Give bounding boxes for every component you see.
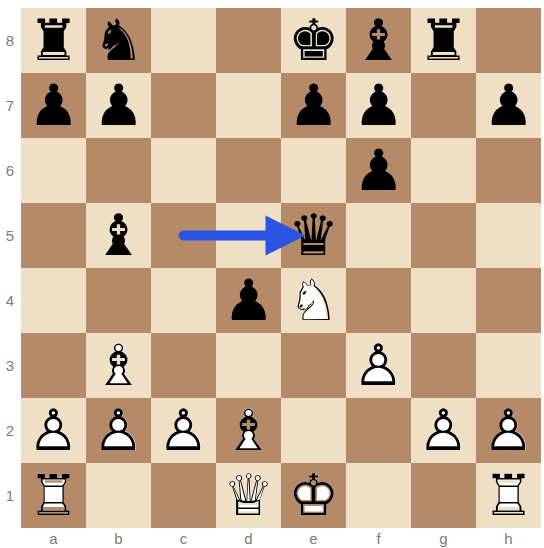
file-label-h: h (476, 528, 541, 548)
rank-label-8: 8 (0, 8, 20, 73)
square-h3[interactable] (476, 333, 541, 398)
square-c6[interactable] (151, 138, 216, 203)
square-h8[interactable] (476, 8, 541, 73)
square-b5[interactable]: ♝ (86, 203, 151, 268)
chessboard-panel: ♜♞♚♝♜♟♟♟♟♟♟♝♛♟♞♘♝♗♟♙♟♙♟♙♟♙♝♗♟♙♟♙♜♖♛♕♚♔♜♖… (0, 0, 544, 548)
piece-white-knight[interactable]: ♘ (281, 268, 346, 333)
chess-board: ♜♞♚♝♜♟♟♟♟♟♟♝♛♟♞♘♝♗♟♙♟♙♟♙♟♙♝♗♟♙♟♙♜♖♛♕♚♔♜♖ (21, 8, 541, 528)
square-a7[interactable]: ♟ (21, 73, 86, 138)
piece-white-pawn[interactable]: ♙ (411, 398, 476, 463)
piece-white-bishop-fill: ♝ (86, 333, 151, 398)
square-c8[interactable] (151, 8, 216, 73)
square-e3[interactable] (281, 333, 346, 398)
square-g5[interactable] (411, 203, 476, 268)
piece-white-pawn-fill: ♟ (86, 398, 151, 463)
square-d2[interactable]: ♝♗ (216, 398, 281, 463)
piece-white-pawn-fill: ♟ (476, 398, 541, 463)
file-label-f: f (346, 528, 411, 548)
piece-black-pawn[interactable]: ♟ (346, 138, 411, 203)
square-g2[interactable]: ♟♙ (411, 398, 476, 463)
square-d4[interactable]: ♟ (216, 268, 281, 333)
piece-white-rook-fill: ♜ (21, 463, 86, 528)
square-e7[interactable]: ♟ (281, 73, 346, 138)
file-label-b: b (86, 528, 151, 548)
piece-white-rook[interactable]: ♖ (21, 463, 86, 528)
square-d1[interactable]: ♛♕ (216, 463, 281, 528)
piece-black-pawn[interactable]: ♟ (21, 73, 86, 138)
piece-white-pawn[interactable]: ♙ (476, 398, 541, 463)
square-c1[interactable] (151, 463, 216, 528)
rank-label-7: 7 (0, 73, 20, 138)
square-g6[interactable] (411, 138, 476, 203)
square-g8[interactable]: ♜ (411, 8, 476, 73)
piece-black-bishop[interactable]: ♝ (86, 203, 151, 268)
piece-white-queen[interactable]: ♕ (216, 463, 281, 528)
square-d8[interactable] (216, 8, 281, 73)
square-a8[interactable]: ♜ (21, 8, 86, 73)
square-c7[interactable] (151, 73, 216, 138)
piece-white-pawn[interactable]: ♙ (151, 398, 216, 463)
piece-white-knight-fill: ♞ (281, 268, 346, 333)
piece-black-rook[interactable]: ♜ (21, 8, 86, 73)
square-a5[interactable] (21, 203, 86, 268)
square-f1[interactable] (346, 463, 411, 528)
square-e6[interactable] (281, 138, 346, 203)
square-g4[interactable] (411, 268, 476, 333)
rank-label-3: 3 (0, 333, 20, 398)
square-a6[interactable] (21, 138, 86, 203)
piece-black-pawn[interactable]: ♟ (216, 268, 281, 333)
square-b7[interactable]: ♟ (86, 73, 151, 138)
piece-white-bishop[interactable]: ♗ (216, 398, 281, 463)
square-b4[interactable] (86, 268, 151, 333)
piece-black-pawn[interactable]: ♟ (346, 73, 411, 138)
square-b1[interactable] (86, 463, 151, 528)
square-e8[interactable]: ♚ (281, 8, 346, 73)
piece-white-king-fill: ♚ (281, 463, 346, 528)
piece-white-pawn[interactable]: ♙ (21, 398, 86, 463)
square-b2[interactable]: ♟♙ (86, 398, 151, 463)
square-a2[interactable]: ♟♙ (21, 398, 86, 463)
piece-white-bishop[interactable]: ♗ (86, 333, 151, 398)
square-g3[interactable] (411, 333, 476, 398)
square-f8[interactable]: ♝ (346, 8, 411, 73)
piece-black-pawn[interactable]: ♟ (86, 73, 151, 138)
square-a3[interactable] (21, 333, 86, 398)
square-b8[interactable]: ♞ (86, 8, 151, 73)
square-f4[interactable] (346, 268, 411, 333)
piece-white-pawn-fill: ♟ (21, 398, 86, 463)
file-label-a: a (21, 528, 86, 548)
piece-white-rook[interactable]: ♖ (476, 463, 541, 528)
square-d7[interactable] (216, 73, 281, 138)
file-label-c: c (151, 528, 216, 548)
piece-black-pawn[interactable]: ♟ (476, 73, 541, 138)
piece-white-pawn-fill: ♟ (411, 398, 476, 463)
square-e2[interactable] (281, 398, 346, 463)
square-f2[interactable] (346, 398, 411, 463)
square-c5[interactable] (151, 203, 216, 268)
piece-black-king[interactable]: ♚ (281, 8, 346, 73)
square-c4[interactable] (151, 268, 216, 333)
piece-white-bishop-fill: ♝ (216, 398, 281, 463)
piece-white-pawn-fill: ♟ (346, 333, 411, 398)
file-label-e: e (281, 528, 346, 548)
rank-label-4: 4 (0, 268, 20, 333)
square-h1[interactable]: ♜♖ (476, 463, 541, 528)
square-b6[interactable] (86, 138, 151, 203)
square-f3[interactable]: ♟♙ (346, 333, 411, 398)
square-f7[interactable]: ♟ (346, 73, 411, 138)
square-f5[interactable] (346, 203, 411, 268)
square-h2[interactable]: ♟♙ (476, 398, 541, 463)
rank-label-2: 2 (0, 398, 20, 463)
piece-white-rook-fill: ♜ (476, 463, 541, 528)
square-h4[interactable] (476, 268, 541, 333)
piece-black-queen[interactable]: ♛ (281, 203, 346, 268)
square-g7[interactable] (411, 73, 476, 138)
square-c2[interactable]: ♟♙ (151, 398, 216, 463)
square-a1[interactable]: ♜♖ (21, 463, 86, 528)
piece-black-knight[interactable]: ♞ (86, 8, 151, 73)
piece-white-pawn[interactable]: ♙ (86, 398, 151, 463)
piece-white-queen-fill: ♛ (216, 463, 281, 528)
piece-white-pawn-fill: ♟ (151, 398, 216, 463)
piece-white-pawn[interactable]: ♙ (346, 333, 411, 398)
rank-label-1: 1 (0, 463, 20, 528)
square-d5[interactable] (216, 203, 281, 268)
file-label-g: g (411, 528, 476, 548)
square-h7[interactable]: ♟ (476, 73, 541, 138)
square-e1[interactable]: ♚♔ (281, 463, 346, 528)
square-e4[interactable]: ♞♘ (281, 268, 346, 333)
square-g1[interactable] (411, 463, 476, 528)
piece-black-rook[interactable]: ♜ (411, 8, 476, 73)
square-d6[interactable] (216, 138, 281, 203)
rank-label-5: 5 (0, 203, 20, 268)
square-f6[interactable]: ♟ (346, 138, 411, 203)
square-d3[interactable] (216, 333, 281, 398)
piece-black-bishop[interactable]: ♝ (346, 8, 411, 73)
file-label-d: d (216, 528, 281, 548)
rank-label-6: 6 (0, 138, 20, 203)
square-e5[interactable]: ♛ (281, 203, 346, 268)
square-h6[interactable] (476, 138, 541, 203)
piece-white-king[interactable]: ♔ (281, 463, 346, 528)
square-h5[interactable] (476, 203, 541, 268)
square-c3[interactable] (151, 333, 216, 398)
square-b3[interactable]: ♝♗ (86, 333, 151, 398)
piece-black-pawn[interactable]: ♟ (281, 73, 346, 138)
square-a4[interactable] (21, 268, 86, 333)
